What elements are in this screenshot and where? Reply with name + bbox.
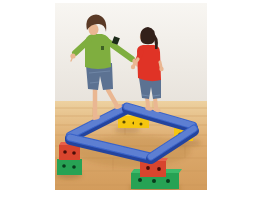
left-corner-green-brick	[57, 159, 82, 175]
page	[0, 0, 270, 203]
boy-chest-logo	[101, 46, 104, 50]
product-photo	[55, 3, 207, 190]
photo-canvas	[55, 3, 207, 190]
